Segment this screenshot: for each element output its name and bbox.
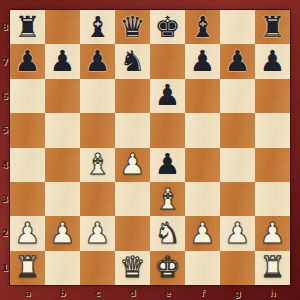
rank-labels: 87654321 [0,10,10,285]
piece-black-rook: ♜ [10,10,45,44]
square-a8[interactable]: ♜ [10,10,45,44]
piece-black-knight: ♞ [115,44,150,78]
square-e3[interactable]: ♝ [150,182,185,216]
square-h4[interactable] [255,148,290,182]
square-h3[interactable] [255,182,290,216]
piece-black-pawn: ♟ [10,44,45,78]
square-c2[interactable]: ♟ [80,216,115,250]
file-label-c: c [80,285,115,300]
square-d7[interactable]: ♞ [115,44,150,78]
square-f6[interactable] [185,79,220,113]
square-b3[interactable] [45,182,80,216]
square-a2[interactable]: ♟ [10,216,45,250]
square-f3[interactable] [185,182,220,216]
square-h1[interactable]: ♜ [255,251,290,285]
square-a1[interactable]: ♜ [10,251,45,285]
rank-label-6: 6 [0,79,10,113]
square-e7[interactable] [150,44,185,78]
piece-black-pawn: ♟ [45,44,80,78]
square-d3[interactable] [115,182,150,216]
square-c1[interactable] [80,251,115,285]
rank-label-8: 8 [0,10,10,44]
square-g4[interactable] [220,148,255,182]
rank-label-5: 5 [0,113,10,147]
square-a5[interactable] [10,113,45,147]
piece-white-pawn: ♟ [185,216,220,250]
piece-white-pawn: ♟ [80,216,115,250]
piece-white-pawn: ♟ [45,216,80,250]
piece-black-rook: ♜ [255,10,290,44]
piece-black-king: ♚ [150,10,185,44]
square-c4[interactable]: ♝ [80,148,115,182]
chess-diagram: ♜♝♛♚♝♜♟♟♟♞♟♟♟♟♝♟♟♝♟♟♟♞♟♟♟♜♛♚♜ 87654321 a… [0,0,300,300]
square-g5[interactable] [220,113,255,147]
square-a3[interactable] [10,182,45,216]
file-label-d: d [115,285,150,300]
file-label-e: e [150,285,185,300]
piece-white-pawn: ♟ [115,148,150,182]
piece-black-pawn: ♟ [220,44,255,78]
square-e5[interactable] [150,113,185,147]
square-h8[interactable]: ♜ [255,10,290,44]
square-h2[interactable]: ♟ [255,216,290,250]
square-d4[interactable]: ♟ [115,148,150,182]
chess-board: ♜♝♛♚♝♜♟♟♟♞♟♟♟♟♝♟♟♝♟♟♟♞♟♟♟♜♛♚♜ [10,10,290,285]
square-e2[interactable]: ♞ [150,216,185,250]
piece-black-pawn: ♟ [255,44,290,78]
piece-black-bishop: ♝ [80,10,115,44]
piece-black-pawn: ♟ [150,79,185,113]
square-e8[interactable]: ♚ [150,10,185,44]
square-f8[interactable]: ♝ [185,10,220,44]
square-c3[interactable] [80,182,115,216]
square-b7[interactable]: ♟ [45,44,80,78]
square-e4[interactable]: ♟ [150,148,185,182]
square-g7[interactable]: ♟ [220,44,255,78]
rank-label-4: 4 [0,148,10,182]
rank-label-7: 7 [0,44,10,78]
piece-white-pawn: ♟ [255,216,290,250]
square-d6[interactable] [115,79,150,113]
piece-white-rook: ♜ [10,251,45,285]
rank-label-2: 2 [0,216,10,250]
piece-black-pawn: ♟ [80,44,115,78]
piece-black-bishop: ♝ [185,10,220,44]
square-f2[interactable]: ♟ [185,216,220,250]
file-label-h: h [255,285,290,300]
square-b4[interactable] [45,148,80,182]
square-b5[interactable] [45,113,80,147]
square-e1[interactable]: ♚ [150,251,185,285]
piece-white-pawn: ♟ [220,216,255,250]
square-d1[interactable]: ♛ [115,251,150,285]
square-g2[interactable]: ♟ [220,216,255,250]
square-d5[interactable] [115,113,150,147]
square-a4[interactable] [10,148,45,182]
square-h5[interactable] [255,113,290,147]
piece-white-pawn: ♟ [10,216,45,250]
square-f1[interactable] [185,251,220,285]
piece-white-king: ♚ [150,251,185,285]
square-f7[interactable]: ♟ [185,44,220,78]
piece-black-queen: ♛ [115,10,150,44]
piece-black-pawn: ♟ [185,44,220,78]
square-c7[interactable]: ♟ [80,44,115,78]
square-d2[interactable] [115,216,150,250]
rank-label-1: 1 [0,251,10,285]
piece-white-rook: ♜ [255,251,290,285]
square-f5[interactable] [185,113,220,147]
square-g6[interactable] [220,79,255,113]
file-label-g: g [220,285,255,300]
file-label-a: a [10,285,45,300]
piece-white-knight: ♞ [150,216,185,250]
file-labels: abcdefgh [10,285,290,300]
square-h6[interactable] [255,79,290,113]
square-g1[interactable] [220,251,255,285]
square-e6[interactable]: ♟ [150,79,185,113]
piece-white-bishop: ♝ [80,148,115,182]
square-g8[interactable] [220,10,255,44]
square-g3[interactable] [220,182,255,216]
square-c8[interactable]: ♝ [80,10,115,44]
square-b2[interactable]: ♟ [45,216,80,250]
square-f4[interactable] [185,148,220,182]
piece-white-bishop: ♝ [150,182,185,216]
square-d8[interactable]: ♛ [115,10,150,44]
file-label-f: f [185,285,220,300]
piece-white-queen: ♛ [115,251,150,285]
square-b6[interactable] [45,79,80,113]
square-c5[interactable] [80,113,115,147]
square-a7[interactable]: ♟ [10,44,45,78]
square-h7[interactable]: ♟ [255,44,290,78]
square-b1[interactable] [45,251,80,285]
square-c6[interactable] [80,79,115,113]
file-label-b: b [45,285,80,300]
square-a6[interactable] [10,79,45,113]
piece-black-pawn: ♟ [150,148,185,182]
square-b8[interactable] [45,10,80,44]
rank-label-3: 3 [0,182,10,216]
